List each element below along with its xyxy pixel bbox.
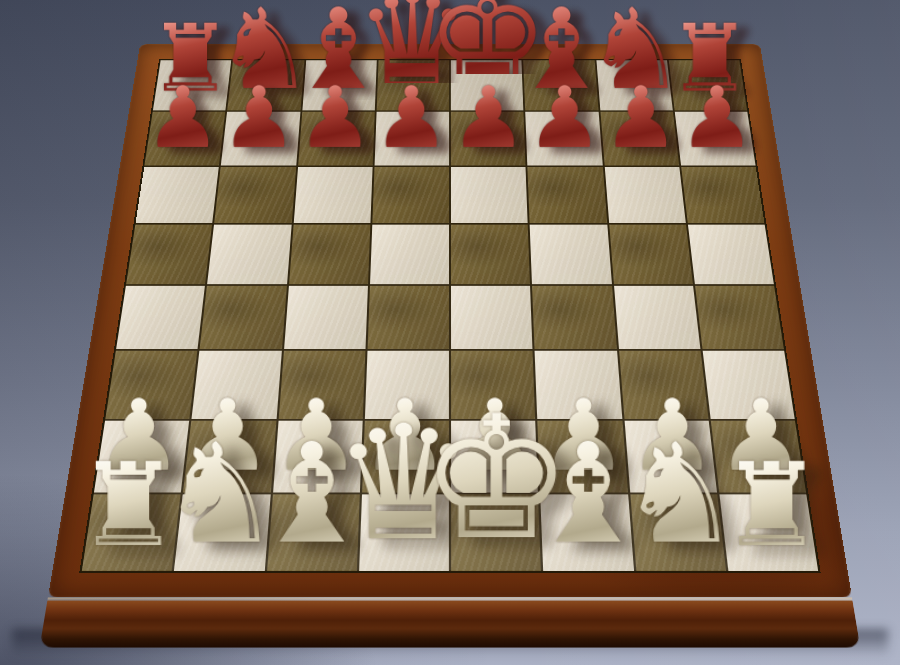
piece-red-pawn-g7[interactable]: ♟ bbox=[603, 75, 679, 160]
board-perspective-wrapper: ♜♞♝♛♚♝♞♜♟♟♟♟♟♟♟♟♟♟♟♟♟♟♟♟♜♞♝♛♚♝♞♜ bbox=[0, 0, 900, 665]
square-f6[interactable] bbox=[528, 167, 607, 223]
square-d5[interactable] bbox=[370, 224, 449, 284]
square-d6[interactable] bbox=[372, 167, 449, 223]
square-f5[interactable] bbox=[530, 224, 612, 284]
piece-red-pawn-h7[interactable]: ♟ bbox=[679, 75, 755, 160]
square-f7[interactable]: ♟ bbox=[525, 112, 602, 165]
square-b7[interactable]: ♟ bbox=[221, 112, 300, 165]
square-c7[interactable]: ♟ bbox=[298, 112, 375, 165]
square-g4[interactable] bbox=[614, 286, 701, 349]
board-frame: ♜♞♝♛♚♝♞♜♟♟♟♟♟♟♟♟♟♟♟♟♟♟♟♟♜♞♝♛♚♝♞♜ bbox=[48, 44, 852, 597]
piece-red-pawn-f7[interactable]: ♟ bbox=[527, 75, 603, 160]
square-g7[interactable]: ♟ bbox=[600, 112, 679, 165]
chess-scene: ♜♞♝♛♚♝♞♜♟♟♟♟♟♟♟♟♟♟♟♟♟♟♟♟♜♞♝♛♚♝♞♜ bbox=[0, 0, 900, 665]
square-e4[interactable] bbox=[451, 286, 533, 349]
piece-red-pawn-d7[interactable]: ♟ bbox=[374, 75, 450, 160]
piece-white-rook-h1[interactable]: ♜ bbox=[720, 448, 824, 564]
square-e5[interactable] bbox=[451, 224, 530, 284]
square-a4[interactable] bbox=[116, 286, 205, 349]
square-h5[interactable] bbox=[688, 224, 774, 284]
square-a6[interactable] bbox=[136, 167, 219, 223]
square-b6[interactable] bbox=[214, 167, 295, 223]
board-grid: ♜♞♝♛♚♝♞♜♟♟♟♟♟♟♟♟♟♟♟♟♟♟♟♟♜♞♝♛♚♝♞♜ bbox=[79, 59, 820, 573]
square-g5[interactable] bbox=[609, 224, 693, 284]
square-d7[interactable]: ♟ bbox=[374, 112, 449, 165]
square-e6[interactable] bbox=[451, 167, 528, 223]
piece-red-pawn-e7[interactable]: ♟ bbox=[450, 75, 526, 160]
square-g6[interactable] bbox=[604, 167, 685, 223]
square-h4[interactable] bbox=[695, 286, 784, 349]
square-a7[interactable]: ♟ bbox=[144, 112, 225, 165]
square-g1[interactable]: ♞ bbox=[630, 494, 726, 571]
square-h6[interactable] bbox=[681, 167, 764, 223]
square-c5[interactable] bbox=[289, 224, 371, 284]
square-e7[interactable]: ♟ bbox=[451, 112, 526, 165]
square-f4[interactable] bbox=[532, 286, 616, 349]
square-c6[interactable] bbox=[293, 167, 372, 223]
piece-red-pawn-c7[interactable]: ♟ bbox=[297, 75, 373, 160]
square-h7[interactable]: ♟ bbox=[675, 112, 756, 165]
square-c4[interactable] bbox=[284, 286, 368, 349]
square-a5[interactable] bbox=[126, 224, 212, 284]
square-b5[interactable] bbox=[207, 224, 291, 284]
piece-red-pawn-a7[interactable]: ♟ bbox=[145, 75, 221, 160]
square-d4[interactable] bbox=[367, 286, 449, 349]
square-b4[interactable] bbox=[200, 286, 287, 349]
piece-red-pawn-b7[interactable]: ♟ bbox=[221, 75, 297, 160]
square-h1[interactable]: ♜ bbox=[719, 494, 818, 571]
